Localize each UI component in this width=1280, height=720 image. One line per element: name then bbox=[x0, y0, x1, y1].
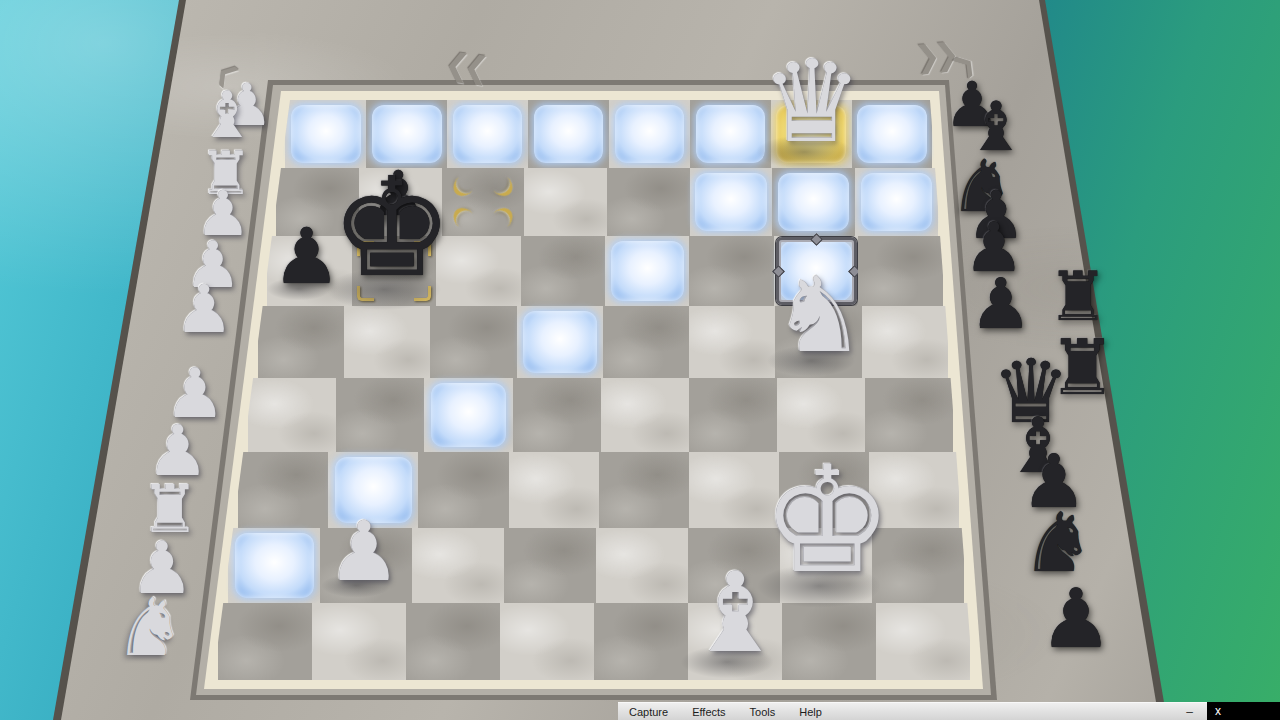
square-b1[interactable] bbox=[312, 603, 406, 680]
menu-item-effects[interactable]: Effects bbox=[680, 703, 737, 720]
legal-move-highlight-e6 bbox=[611, 241, 684, 301]
square-h1[interactable] bbox=[876, 603, 970, 680]
legal-move-highlight-e8 bbox=[615, 105, 685, 164]
square-d8[interactable] bbox=[528, 100, 609, 168]
square-a4[interactable] bbox=[248, 378, 336, 452]
square-d3[interactable] bbox=[509, 452, 599, 528]
square-h7[interactable] bbox=[855, 168, 938, 236]
square-d6[interactable] bbox=[521, 236, 605, 306]
legal-move-highlight-f8 bbox=[696, 105, 766, 164]
piece-white-knight-g5[interactable]: ♞ bbox=[773, 266, 867, 365]
square-a5[interactable] bbox=[258, 306, 344, 378]
legal-move-highlight-f7 bbox=[695, 173, 766, 232]
recorder-menubar: CaptureEffectsToolsHelp– bbox=[618, 702, 1207, 720]
square-f7[interactable] bbox=[690, 168, 773, 236]
legal-move-highlight-d8 bbox=[534, 105, 604, 164]
square-e6[interactable] bbox=[605, 236, 689, 306]
captured-white-bishop: ♝ bbox=[198, 85, 255, 146]
square-g7[interactable] bbox=[772, 168, 855, 236]
piece-white-queen-g8[interactable]: ♛ bbox=[761, 48, 863, 156]
chess-titans-window: ♛♟♟♚♞♚♟♝ ♟♝♜♟♟♟♟♟♜♟♞ ♟♝♞♟♟♟♜♜♛♝♟♞♟ ❮❮ ❯❯… bbox=[0, 0, 1280, 720]
legal-move-highlight-d5 bbox=[523, 311, 597, 373]
menubar-right-panel: x bbox=[1207, 702, 1280, 720]
square-a3[interactable] bbox=[238, 452, 328, 528]
square-c4[interactable] bbox=[424, 378, 512, 452]
square-d5[interactable] bbox=[517, 306, 603, 378]
square-c7[interactable] bbox=[442, 168, 525, 236]
square-c1[interactable] bbox=[406, 603, 500, 680]
square-c3[interactable] bbox=[418, 452, 508, 528]
square-b5[interactable] bbox=[344, 306, 430, 378]
square-d1[interactable] bbox=[500, 603, 594, 680]
piece-white-pawn-b2[interactable]: ♟ bbox=[327, 511, 401, 589]
last-move-from-marker bbox=[491, 204, 517, 230]
captured-white-knight: ♞ bbox=[114, 590, 186, 666]
square-d7[interactable] bbox=[524, 168, 607, 236]
square-e1[interactable] bbox=[594, 603, 688, 680]
legal-move-highlight-a2 bbox=[235, 533, 314, 598]
captured-black-rook: ♜ bbox=[1048, 265, 1109, 330]
square-e2[interactable] bbox=[596, 528, 688, 603]
square-e8[interactable] bbox=[609, 100, 690, 168]
square-b4[interactable] bbox=[336, 378, 424, 452]
legal-move-highlight-h7 bbox=[861, 173, 932, 232]
piece-black-king-b6[interactable]: ♚ bbox=[330, 163, 453, 293]
captured-black-pawn: ♟ bbox=[1039, 580, 1113, 658]
square-e3[interactable] bbox=[599, 452, 689, 528]
menu-item-capture[interactable]: Capture bbox=[618, 703, 680, 720]
legal-move-highlight-h8 bbox=[857, 105, 927, 164]
square-h8[interactable] bbox=[852, 100, 933, 168]
legal-move-highlight-c4 bbox=[431, 383, 507, 447]
square-a1[interactable] bbox=[218, 603, 312, 680]
legal-move-highlight-g7 bbox=[778, 173, 849, 232]
square-a2[interactable] bbox=[228, 528, 320, 603]
square-e7[interactable] bbox=[607, 168, 690, 236]
square-c5[interactable] bbox=[430, 306, 516, 378]
piece-white-bishop-f1[interactable]: ♝ bbox=[686, 562, 785, 667]
square-e4[interactable] bbox=[601, 378, 689, 452]
legal-move-highlight-c8 bbox=[453, 105, 523, 164]
captured-black-pawn: ♟ bbox=[970, 271, 1033, 338]
square-d4[interactable] bbox=[513, 378, 601, 452]
square-g1[interactable] bbox=[782, 603, 876, 680]
menu-item-help[interactable]: Help bbox=[787, 703, 834, 720]
square-h6[interactable] bbox=[858, 236, 942, 306]
square-e5[interactable] bbox=[603, 306, 689, 378]
minimize-button[interactable]: – bbox=[1186, 703, 1193, 720]
square-d2[interactable] bbox=[504, 528, 596, 603]
menu-item-tools[interactable]: Tools bbox=[738, 703, 788, 720]
square-c2[interactable] bbox=[412, 528, 504, 603]
square-f6[interactable] bbox=[689, 236, 773, 306]
square-c8[interactable] bbox=[447, 100, 528, 168]
captured-white-pawn: ♟ bbox=[174, 279, 233, 342]
frame-ornament-left-chevrons: ❮❮ bbox=[443, 46, 485, 85]
close-button[interactable]: x bbox=[1215, 704, 1221, 718]
square-f5[interactable] bbox=[689, 306, 775, 378]
square-h5[interactable] bbox=[862, 306, 948, 378]
last-move-from-marker bbox=[491, 174, 517, 200]
